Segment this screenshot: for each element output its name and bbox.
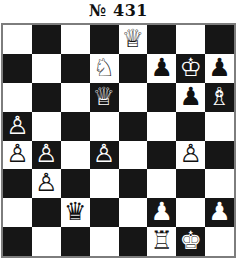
square-c7	[61, 54, 90, 83]
square-f8	[147, 25, 176, 54]
square-e2	[119, 198, 148, 227]
white-pawn: ♙	[6, 141, 28, 166]
white-king: ♔	[179, 55, 201, 80]
black-queen: ♛	[64, 199, 86, 224]
black-pawn: ♟	[208, 55, 230, 80]
square-d2	[90, 198, 119, 227]
square-h5	[205, 112, 234, 141]
white-pawn: ♙	[35, 141, 57, 166]
square-g7: ♔	[176, 54, 205, 83]
white-pawn: ♙	[6, 113, 28, 138]
white-pawn: ♙	[35, 170, 57, 195]
square-e7	[119, 54, 148, 83]
square-d8	[90, 25, 119, 54]
square-g3	[176, 169, 205, 198]
chess-problem-page: № 431 ♕♘♟♔♟♕♟♗♙♙♙♙♙♙♛♟♟♖♚	[0, 0, 237, 260]
square-h8	[205, 25, 234, 54]
square-h6: ♗	[205, 83, 234, 112]
square-c5	[61, 112, 90, 141]
square-h4	[205, 141, 234, 170]
square-h1	[205, 227, 234, 256]
square-a7	[3, 54, 32, 83]
square-d7: ♘	[90, 54, 119, 83]
square-g5	[176, 112, 205, 141]
white-queen: ♕	[122, 26, 144, 51]
square-g1: ♚	[176, 227, 205, 256]
black-pawn: ♟	[151, 55, 173, 80]
square-g2	[176, 198, 205, 227]
square-d3	[90, 169, 119, 198]
square-a2	[3, 198, 32, 227]
square-d6: ♕	[90, 83, 119, 112]
white-rook: ♖	[151, 228, 173, 253]
square-h3	[205, 169, 234, 198]
square-e6	[119, 83, 148, 112]
square-d4: ♙	[90, 141, 119, 170]
square-f2: ♟	[147, 198, 176, 227]
white-bishop: ♗	[208, 84, 230, 109]
white-pawn: ♙	[179, 141, 201, 166]
white-queen: ♕	[93, 84, 115, 109]
black-pawn: ♟	[179, 84, 201, 109]
square-f6	[147, 83, 176, 112]
square-a4: ♙	[3, 141, 32, 170]
square-e5	[119, 112, 148, 141]
square-c2: ♛	[61, 198, 90, 227]
square-a5: ♙	[3, 112, 32, 141]
square-h7: ♟	[205, 54, 234, 83]
black-king: ♚	[179, 228, 201, 253]
square-f4	[147, 141, 176, 170]
square-d1	[90, 227, 119, 256]
square-c3	[61, 169, 90, 198]
square-b5	[32, 112, 61, 141]
square-b2	[32, 198, 61, 227]
square-f1: ♖	[147, 227, 176, 256]
square-a3	[3, 169, 32, 198]
black-pawn: ♟	[208, 199, 230, 224]
black-pawn: ♟	[151, 199, 173, 224]
square-f5	[147, 112, 176, 141]
chess-board: ♕♘♟♔♟♕♟♗♙♙♙♙♙♙♛♟♟♖♚	[1, 23, 236, 258]
square-f7: ♟	[147, 54, 176, 83]
square-c1	[61, 227, 90, 256]
square-b4: ♙	[32, 141, 61, 170]
square-h2: ♟	[205, 198, 234, 227]
square-c8	[61, 25, 90, 54]
white-pawn: ♙	[93, 141, 115, 166]
square-g4: ♙	[176, 141, 205, 170]
square-g6: ♟	[176, 83, 205, 112]
square-e3	[119, 169, 148, 198]
square-a1	[3, 227, 32, 256]
square-a6	[3, 83, 32, 112]
problem-number: № 431	[0, 1, 237, 21]
square-e4	[119, 141, 148, 170]
square-e1	[119, 227, 148, 256]
square-e8: ♕	[119, 25, 148, 54]
square-c4	[61, 141, 90, 170]
square-b6	[32, 83, 61, 112]
square-c6	[61, 83, 90, 112]
square-f3	[147, 169, 176, 198]
square-b8	[32, 25, 61, 54]
square-a8	[3, 25, 32, 54]
square-d5	[90, 112, 119, 141]
square-g8	[176, 25, 205, 54]
square-b7	[32, 54, 61, 83]
square-b3: ♙	[32, 169, 61, 198]
square-b1	[32, 227, 61, 256]
white-knight: ♘	[93, 55, 115, 80]
